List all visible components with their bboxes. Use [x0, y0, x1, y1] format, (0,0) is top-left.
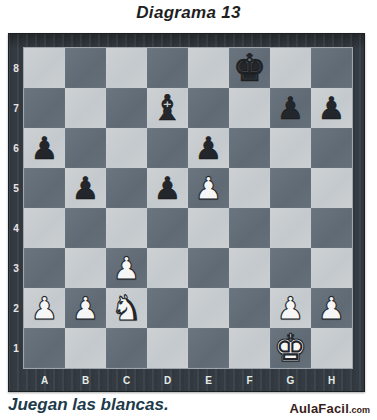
chess-board-frame: 87654321 ♚♝♟♟♟♟♟♟♟♟♟♟♞♟♟♚ ABCDEFGH — [8, 33, 365, 392]
square-f8[interactable]: ♚ — [229, 48, 270, 88]
square-a6[interactable]: ♟ — [24, 128, 65, 168]
square-d3[interactable] — [147, 248, 188, 288]
square-c8[interactable] — [106, 48, 147, 88]
square-b6[interactable] — [65, 128, 106, 168]
square-d5[interactable]: ♟ — [147, 168, 188, 208]
rank-label-6: 6 — [8, 128, 24, 168]
rank-label-4: 4 — [8, 208, 24, 248]
square-d8[interactable] — [147, 48, 188, 88]
chess-board: ♚♝♟♟♟♟♟♟♟♟♟♟♞♟♟♚ — [24, 48, 352, 368]
square-e5[interactable]: ♟ — [188, 168, 229, 208]
square-f1[interactable] — [229, 328, 270, 368]
square-a7[interactable] — [24, 88, 65, 128]
square-h3[interactable] — [311, 248, 352, 288]
square-f2[interactable] — [229, 288, 270, 328]
square-b8[interactable] — [65, 48, 106, 88]
black-king-f8[interactable]: ♚ — [232, 49, 266, 87]
square-h5[interactable] — [311, 168, 352, 208]
square-c5[interactable] — [106, 168, 147, 208]
square-c7[interactable] — [106, 88, 147, 128]
white-pawn-c3[interactable]: ♟ — [113, 253, 141, 284]
square-a4[interactable] — [24, 208, 65, 248]
file-labels: ABCDEFGH — [24, 368, 352, 392]
black-pawn-h7[interactable]: ♟ — [318, 93, 346, 124]
square-h1[interactable] — [311, 328, 352, 368]
black-pawn-d5[interactable]: ♟ — [154, 173, 182, 204]
square-d4[interactable] — [147, 208, 188, 248]
square-g7[interactable]: ♟ — [270, 88, 311, 128]
white-pawn-h2[interactable]: ♟ — [318, 293, 346, 324]
square-e2[interactable] — [188, 288, 229, 328]
site-logo: AulaFacil.com — [289, 399, 370, 417]
square-f4[interactable] — [229, 208, 270, 248]
square-e1[interactable] — [188, 328, 229, 368]
square-d2[interactable] — [147, 288, 188, 328]
file-label-e: E — [188, 368, 229, 392]
square-b5[interactable]: ♟ — [65, 168, 106, 208]
square-h6[interactable] — [311, 128, 352, 168]
square-g4[interactable] — [270, 208, 311, 248]
white-knight-c2[interactable]: ♞ — [111, 291, 142, 326]
square-c6[interactable] — [106, 128, 147, 168]
square-e8[interactable] — [188, 48, 229, 88]
black-pawn-a6[interactable]: ♟ — [31, 133, 59, 164]
file-label-c: C — [106, 368, 147, 392]
white-pawn-g2[interactable]: ♟ — [277, 293, 305, 324]
square-d7[interactable]: ♝ — [147, 88, 188, 128]
square-a2[interactable]: ♟ — [24, 288, 65, 328]
rank-label-8: 8 — [8, 48, 24, 88]
square-d1[interactable] — [147, 328, 188, 368]
file-label-g: G — [270, 368, 311, 392]
square-c4[interactable] — [106, 208, 147, 248]
site-logo-tld: .com — [349, 405, 370, 415]
square-b4[interactable] — [65, 208, 106, 248]
file-label-h: H — [311, 368, 352, 392]
file-label-f: F — [229, 368, 270, 392]
square-c3[interactable]: ♟ — [106, 248, 147, 288]
square-f5[interactable] — [229, 168, 270, 208]
diagram-title: Diagrama 13 — [0, 3, 377, 23]
square-g5[interactable] — [270, 168, 311, 208]
square-h4[interactable] — [311, 208, 352, 248]
white-king-g1[interactable]: ♚ — [273, 329, 307, 367]
square-c2[interactable]: ♞ — [106, 288, 147, 328]
file-label-a: A — [24, 368, 65, 392]
file-label-b: B — [65, 368, 106, 392]
rank-labels: 87654321 — [8, 48, 24, 368]
square-f6[interactable] — [229, 128, 270, 168]
square-b7[interactable] — [65, 88, 106, 128]
square-a3[interactable] — [24, 248, 65, 288]
square-e6[interactable]: ♟ — [188, 128, 229, 168]
square-h2[interactable]: ♟ — [311, 288, 352, 328]
square-c1[interactable] — [106, 328, 147, 368]
square-e4[interactable] — [188, 208, 229, 248]
square-d6[interactable] — [147, 128, 188, 168]
square-e7[interactable] — [188, 88, 229, 128]
white-pawn-b2[interactable]: ♟ — [72, 293, 100, 324]
rank-label-1: 1 — [8, 328, 24, 368]
rank-label-7: 7 — [8, 88, 24, 128]
square-f3[interactable] — [229, 248, 270, 288]
square-h8[interactable] — [311, 48, 352, 88]
file-label-d: D — [147, 368, 188, 392]
square-a1[interactable] — [24, 328, 65, 368]
black-pawn-b5[interactable]: ♟ — [72, 173, 100, 204]
square-g6[interactable] — [270, 128, 311, 168]
rank-label-5: 5 — [8, 168, 24, 208]
square-g1[interactable]: ♚ — [270, 328, 311, 368]
white-pawn-e5[interactable]: ♟ — [195, 173, 223, 204]
square-e3[interactable] — [188, 248, 229, 288]
black-pawn-e6[interactable]: ♟ — [195, 133, 223, 164]
square-a5[interactable] — [24, 168, 65, 208]
square-a8[interactable] — [24, 48, 65, 88]
square-h7[interactable]: ♟ — [311, 88, 352, 128]
black-pawn-g7[interactable]: ♟ — [277, 93, 305, 124]
square-b2[interactable]: ♟ — [65, 288, 106, 328]
square-f7[interactable] — [229, 88, 270, 128]
site-logo-name: AulaFacil — [289, 401, 349, 416]
square-b1[interactable] — [65, 328, 106, 368]
rank-label-3: 3 — [8, 248, 24, 288]
white-pawn-a2[interactable]: ♟ — [31, 293, 59, 324]
square-g8[interactable] — [270, 48, 311, 88]
square-b3[interactable] — [65, 248, 106, 288]
rank-label-2: 2 — [8, 288, 24, 328]
black-bishop-d7[interactable]: ♝ — [152, 91, 183, 126]
square-g2[interactable]: ♟ — [270, 288, 311, 328]
side-to-move-caption: Juegan las blancas. — [8, 395, 169, 415]
square-g3[interactable] — [270, 248, 311, 288]
